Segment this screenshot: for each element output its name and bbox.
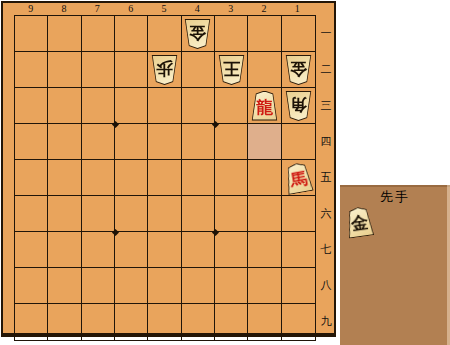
board-cell-8-8[interactable]: [48, 268, 81, 304]
board-cell-3-2[interactable]: 王: [215, 52, 248, 88]
board-cell-8-3[interactable]: [48, 88, 81, 124]
board-cell-2-3[interactable]: 龍: [248, 88, 281, 124]
piece-face: 金: [185, 20, 210, 48]
shogi-board: 987654321 金歩王金龍角馬 一二三四五六七八九: [1, 1, 336, 337]
board-cell-8-5[interactable]: [48, 160, 81, 196]
board-cell-8-4[interactable]: [48, 124, 81, 160]
rank-label: 五: [317, 159, 335, 195]
board-cell-1-8[interactable]: [282, 268, 315, 304]
piece-glyph: 金: [189, 24, 206, 44]
board-cell-1-3[interactable]: 角: [282, 88, 315, 124]
board-cell-3-5[interactable]: [215, 160, 248, 196]
board-cell-2-8[interactable]: [248, 268, 281, 304]
shogi-piece-歩[interactable]: 歩: [151, 55, 178, 85]
board-cell-5-7[interactable]: [148, 232, 181, 268]
rank-label: 八: [317, 267, 335, 303]
board-cell-5-1[interactable]: [148, 16, 181, 52]
board-cell-9-9[interactable]: [15, 304, 48, 340]
board-cell-9-2[interactable]: [15, 52, 48, 88]
board-cell-1-2[interactable]: 金: [282, 52, 315, 88]
board-cell-4-1[interactable]: 金: [182, 16, 215, 52]
rank-label: 七: [317, 231, 335, 267]
board-cell-4-5[interactable]: [182, 160, 215, 196]
piece-glyph: 角: [290, 96, 307, 116]
board-cell-4-3[interactable]: [182, 88, 215, 124]
board-cell-2-9[interactable]: [248, 304, 281, 340]
board-cell-8-2[interactable]: [48, 52, 81, 88]
board-cell-4-4[interactable]: [182, 124, 215, 160]
board-cell-9-4[interactable]: [15, 124, 48, 160]
shogi-piece-金[interactable]: 金: [184, 19, 211, 49]
rank-label: 四: [317, 123, 335, 159]
board-cell-6-8[interactable]: [115, 268, 148, 304]
shogi-piece-金[interactable]: 金: [344, 205, 375, 238]
board-cell-7-1[interactable]: [82, 16, 115, 52]
board-cell-1-5[interactable]: 馬: [282, 160, 315, 196]
board-cell-6-5[interactable]: [115, 160, 148, 196]
board-cell-3-9[interactable]: [215, 304, 248, 340]
board-cell-4-6[interactable]: [182, 196, 215, 232]
board-cell-5-8[interactable]: [148, 268, 181, 304]
board-cell-7-8[interactable]: [82, 268, 115, 304]
piece-glyph: 歩: [156, 60, 173, 80]
sente-label: 先手: [340, 188, 450, 206]
file-labels: 987654321: [14, 3, 314, 15]
file-label: 6: [114, 3, 147, 15]
board-cell-3-6[interactable]: [215, 196, 248, 232]
board-cell-2-4[interactable]: [248, 124, 281, 160]
file-label: 5: [147, 3, 180, 15]
board-cell-5-9[interactable]: [148, 304, 181, 340]
board-cell-8-9[interactable]: [48, 304, 81, 340]
shogi-piece-角[interactable]: 角: [285, 91, 312, 121]
board-cell-6-6[interactable]: [115, 196, 148, 232]
file-label: 4: [181, 3, 214, 15]
shogi-piece-龍[interactable]: 龍: [251, 91, 278, 121]
board-cell-1-1[interactable]: [282, 16, 315, 52]
board-cell-6-4[interactable]: [115, 124, 148, 160]
shogi-piece-金[interactable]: 金: [285, 55, 312, 85]
board-cell-4-7[interactable]: [182, 232, 215, 268]
piece-face: 歩: [152, 56, 177, 84]
board-cell-3-7[interactable]: [215, 232, 248, 268]
piece-glyph: 馬: [288, 166, 308, 189]
board-cell-7-4[interactable]: [82, 124, 115, 160]
piece-glyph: 金: [350, 211, 370, 233]
sente-hand-tray: 先手 金: [340, 185, 450, 345]
board-cell-6-1[interactable]: [115, 16, 148, 52]
board-cell-1-7[interactable]: [282, 232, 315, 268]
board-cell-6-3[interactable]: [115, 88, 148, 124]
board-cell-3-8[interactable]: [215, 268, 248, 304]
board-cell-9-3[interactable]: [15, 88, 48, 124]
board-cell-5-5[interactable]: [148, 160, 181, 196]
piece-face: 金: [345, 206, 374, 237]
board-cell-7-3[interactable]: [82, 88, 115, 124]
board-cell-2-2[interactable]: [248, 52, 281, 88]
board-cell-5-3[interactable]: [148, 88, 181, 124]
board-cell-2-6[interactable]: [248, 196, 281, 232]
board-cell-3-4[interactable]: [215, 124, 248, 160]
shogi-piece-王[interactable]: 王: [218, 55, 245, 85]
board-cell-9-6[interactable]: [15, 196, 48, 232]
board-cell-5-2[interactable]: 歩: [148, 52, 181, 88]
board-cell-4-2[interactable]: [182, 52, 215, 88]
piece-face: 王: [219, 56, 244, 84]
board-cell-2-7[interactable]: [248, 232, 281, 268]
board-cell-6-9[interactable]: [115, 304, 148, 340]
board-cell-8-6[interactable]: [48, 196, 81, 232]
rank-label: 二: [317, 51, 335, 87]
rank-labels: 一二三四五六七八九: [317, 15, 335, 339]
hand-pieces: 金: [346, 207, 444, 339]
board-cell-3-3[interactable]: [215, 88, 248, 124]
board-cell-4-8[interactable]: [182, 268, 215, 304]
shogi-piece-馬[interactable]: 馬: [282, 160, 314, 194]
board-cell-5-4[interactable]: [148, 124, 181, 160]
rank-label: 一: [317, 15, 335, 51]
board-grid: 金歩王金龍角馬: [14, 15, 316, 341]
board-cell-2-5[interactable]: [248, 160, 281, 196]
board-cell-9-1[interactable]: [15, 16, 48, 52]
piece-face: 馬: [284, 162, 313, 194]
board-cell-7-7[interactable]: [82, 232, 115, 268]
file-label: 1: [281, 3, 314, 15]
piece-glyph: 王: [223, 60, 240, 80]
board-cell-1-6[interactable]: [282, 196, 315, 232]
board-cell-7-6[interactable]: [82, 196, 115, 232]
board-cell-9-8[interactable]: [15, 268, 48, 304]
file-label: 9: [14, 3, 47, 15]
piece-face: 角: [286, 92, 311, 120]
piece-glyph: 龍: [256, 96, 273, 116]
file-label: 2: [247, 3, 280, 15]
board-cell-2-1[interactable]: [248, 16, 281, 52]
file-label: 3: [214, 3, 247, 15]
file-label: 8: [47, 3, 80, 15]
board-cell-3-1[interactable]: [215, 16, 248, 52]
board-cell-7-5[interactable]: [82, 160, 115, 196]
board-cell-6-7[interactable]: [115, 232, 148, 268]
board-cell-8-7[interactable]: [48, 232, 81, 268]
board-cell-4-9[interactable]: [182, 304, 215, 340]
piece-face: 龍: [252, 92, 277, 120]
board-cell-7-2[interactable]: [82, 52, 115, 88]
rank-label: 六: [317, 195, 335, 231]
file-label: 7: [81, 3, 114, 15]
board-cell-7-9[interactable]: [82, 304, 115, 340]
shogi-diagram: 987654321 金歩王金龍角馬 一二三四五六七八九 先手 金: [0, 0, 450, 345]
board-cell-9-7[interactable]: [15, 232, 48, 268]
board-cell-1-9[interactable]: [282, 304, 315, 340]
board-cell-9-5[interactable]: [15, 160, 48, 196]
board-cell-6-2[interactable]: [115, 52, 148, 88]
board-cell-8-1[interactable]: [48, 16, 81, 52]
board-cell-1-4[interactable]: [282, 124, 315, 160]
piece-face: 金: [286, 56, 311, 84]
rank-label: 三: [317, 87, 335, 123]
board-cell-5-6[interactable]: [148, 196, 181, 232]
rank-label: 九: [317, 303, 335, 339]
piece-glyph: 金: [290, 60, 307, 80]
